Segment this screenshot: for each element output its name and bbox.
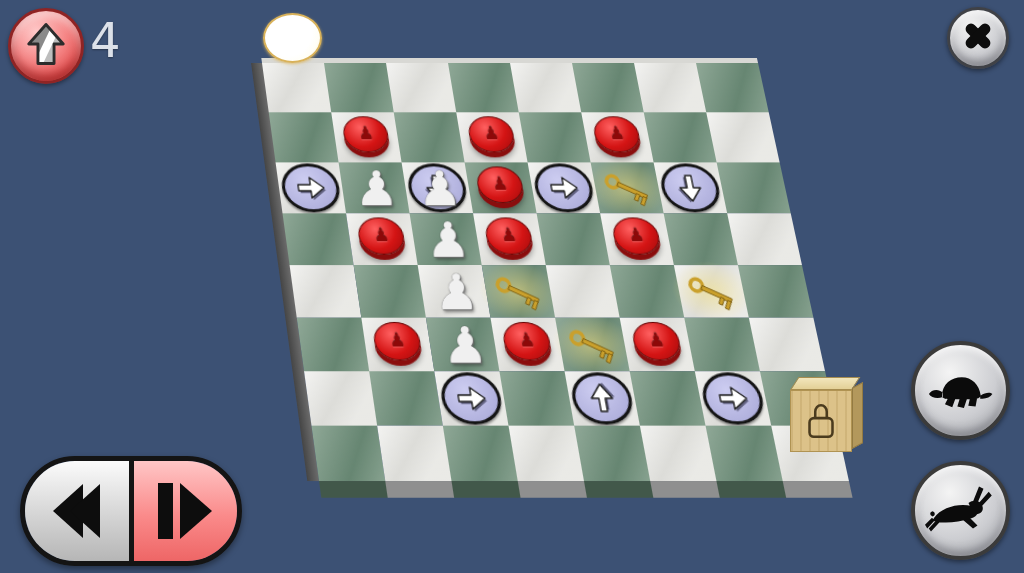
square-r4c0[interactable] [290,265,362,318]
disc-pawn-emboss: ♟ [607,125,626,142]
square-r4c7[interactable] [738,265,813,318]
arrow-pad-right-icon [438,372,506,424]
square-r3c5[interactable]: ♟ [600,213,674,265]
arrow-pad-down-icon [657,163,724,212]
square-r6c1[interactable] [369,371,443,425]
disc-pawn-emboss: ♟ [517,331,536,349]
undo-move-button[interactable] [8,8,84,84]
square-r1c4[interactable] [519,112,591,162]
white-pawn[interactable]: ♟ [354,164,399,212]
square-r5c6[interactable] [684,318,760,372]
rewind-icon-2 [70,484,100,538]
square-r0c6[interactable] [634,63,706,112]
slow-speed-button[interactable] [911,341,1010,440]
red-disc[interactable]: ♟ [466,116,517,152]
square-r3c7[interactable] [727,213,802,265]
up-arrow-icon [23,21,69,71]
red-disc[interactable]: ♟ [630,322,683,360]
square-r0c1[interactable] [324,63,394,112]
red-disc[interactable]: ♟ [371,322,423,360]
square-r7c3[interactable] [508,426,583,481]
square-r5c7[interactable] [749,318,825,372]
square-r2c6[interactable] [654,162,728,213]
board: ♟♟♟♟♟♟♟♟♟♟♟♟♟♟♟ [262,63,849,481]
close-icon [960,18,996,58]
square-r7c2[interactable] [443,426,518,481]
square-r5c0[interactable] [297,318,369,372]
white-pawn[interactable]: ♟ [425,215,471,264]
disc-pawn-emboss: ♟ [647,331,666,349]
square-r7c4[interactable] [574,426,650,481]
square-r2c7[interactable] [717,162,791,213]
square-r7c1[interactable] [377,426,451,481]
square-r1c0[interactable] [269,112,339,162]
square-r3c6[interactable] [664,213,738,265]
square-r7c6[interactable] [706,426,783,481]
cube-top-face [790,377,860,390]
board-bottom-edge [319,481,853,498]
square-r6c3[interactable] [499,371,574,425]
play-icon [180,483,212,539]
rabbit-icon [925,484,997,538]
disc-pawn-emboss: ♟ [388,331,407,349]
egg [263,13,322,63]
square-r3c4[interactable] [537,213,610,265]
playback-controls [20,456,242,566]
square-r0c7[interactable] [696,63,769,112]
square-r6c5[interactable] [630,371,706,425]
square-r4c1[interactable] [354,265,426,318]
square-r1c3[interactable]: ♟ [456,112,527,162]
disc-pawn-emboss: ♟ [627,226,646,244]
square-r2c5[interactable] [591,162,664,213]
red-disc[interactable]: ♟ [356,217,407,254]
square-r1c6[interactable] [644,112,717,162]
red-disc[interactable]: ♟ [610,217,662,254]
square-r3c2[interactable]: ♟ [410,213,482,265]
square-r2c0[interactable] [276,162,346,213]
disc-pawn-emboss: ♟ [499,226,518,244]
step-play-button[interactable] [134,461,238,561]
moves-counter: 4 [90,12,121,68]
padlock-icon [790,390,852,452]
square-r4c3[interactable] [482,265,555,318]
rewind-button[interactable] [25,461,134,561]
square-r6c2[interactable] [434,371,508,425]
board-grid: ♟♟♟♟♟♟♟♟♟♟♟♟♟♟♟ [262,63,849,481]
square-r2c3[interactable]: ♟ [465,162,537,213]
square-r5c2[interactable]: ♟ [426,318,500,372]
square-r4c4[interactable] [546,265,620,318]
square-r1c1[interactable]: ♟ [331,112,401,162]
pause-icon [158,483,173,539]
white-pawn[interactable]: ♟ [417,164,462,212]
red-disc[interactable]: ♟ [501,322,554,360]
locked-cube [788,376,868,456]
square-r1c5[interactable]: ♟ [581,112,653,162]
square-r5c1[interactable]: ♟ [361,318,434,372]
white-pawn[interactable]: ♟ [442,320,489,370]
square-r1c7[interactable] [706,112,779,162]
square-r0c5[interactable] [572,63,644,112]
square-r1c2[interactable] [394,112,465,162]
square-r3c1[interactable]: ♟ [346,213,418,265]
arrow-pad-right-icon [279,163,343,212]
close-button[interactable] [947,7,1009,69]
fast-speed-button[interactable] [911,461,1010,560]
square-r0c2[interactable] [386,63,456,112]
square-r2c2[interactable]: ♟ [402,162,474,213]
square-r3c0[interactable] [283,213,354,265]
square-r0c4[interactable] [510,63,581,112]
red-disc[interactable]: ♟ [591,116,642,152]
square-r5c5[interactable]: ♟ [620,318,695,372]
game-screen: ♟♟♟♟♟♟♟♟♟♟♟♟♟♟♟ 4 [0,0,1024,573]
disc-pawn-emboss: ♟ [482,125,500,142]
disc-pawn-emboss: ♟ [372,226,390,244]
square-r6c4[interactable] [565,371,640,425]
square-r5c4[interactable] [555,318,630,372]
arrow-pad-up-icon [568,372,637,424]
red-disc[interactable]: ♟ [474,166,525,203]
arrow-pad-right-icon [698,372,768,424]
turtle-icon [926,365,996,417]
square-r7c5[interactable] [640,426,717,481]
square-r7c0[interactable] [311,426,385,481]
cube-right-face [852,382,863,449]
disc-pawn-emboss: ♟ [490,175,509,192]
red-disc[interactable]: ♟ [341,116,391,152]
disc-pawn-emboss: ♟ [357,125,375,142]
square-r2c1[interactable]: ♟ [339,162,410,213]
square-r0c3[interactable] [448,63,519,112]
square-r4c6[interactable] [674,265,749,318]
white-pawn[interactable]: ♟ [434,267,480,316]
square-r6c0[interactable] [304,371,377,425]
square-r6c6[interactable] [695,371,771,425]
square-r0c0[interactable] [262,63,331,112]
square-r3c3[interactable]: ♟ [473,213,546,265]
red-disc[interactable]: ♟ [483,217,535,254]
